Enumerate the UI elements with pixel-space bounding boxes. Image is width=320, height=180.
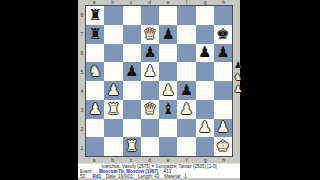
black-pawn-icon: ♟ [143, 45, 156, 60]
square-f7[interactable] [177, 25, 195, 44]
square-e1[interactable] [159, 137, 177, 156]
white-pawn-icon: ♟ [107, 83, 120, 98]
date-value: Date: 19/9/01 [106, 174, 133, 179]
square-g1[interactable] [196, 137, 214, 156]
white-pawn-icon: ♟ [88, 102, 101, 117]
square-a3[interactable]: ♟ [86, 100, 104, 119]
black-pawn-icon: ♟ [180, 83, 193, 98]
square-c3[interactable] [123, 100, 141, 119]
square-h4[interactable] [214, 81, 232, 100]
square-c6[interactable] [123, 44, 141, 63]
square-c5[interactable]: ♟ [123, 62, 141, 81]
length-value: Length: 43 [138, 174, 159, 179]
square-b8[interactable] [104, 6, 122, 25]
square-b6[interactable] [104, 44, 122, 63]
square-h7[interactable]: ♚ [214, 25, 232, 44]
square-f2[interactable] [177, 119, 195, 138]
chess-board[interactable]: ♜♜♛♟♚♟♟♟♞♟♟♟♟♟♟♜♛♝♟♟♟♜♚ [85, 5, 233, 157]
square-c7[interactable] [123, 25, 141, 44]
square-b3[interactable]: ♜ [104, 100, 122, 119]
white-rook-icon: ♜ [107, 102, 120, 117]
square-e2[interactable] [159, 119, 177, 138]
viewer-panel: abcdefgh 87654321 ♜♜♛♟♚♟♟♟♞♟♟♟♟♟♟♜♛♝♟♟♟♜… [78, 0, 240, 180]
square-f1[interactable] [177, 137, 195, 156]
white-queen-icon: ♛ [143, 102, 156, 117]
square-d3[interactable]: ♛ [141, 100, 159, 119]
square-h2[interactable]: ♟ [214, 119, 232, 138]
square-a7[interactable]: ♜ [86, 25, 104, 44]
square-e7[interactable]: ♟ [159, 25, 177, 44]
square-e5[interactable] [159, 62, 177, 81]
square-d4[interactable] [141, 81, 159, 100]
square-b2[interactable] [104, 119, 122, 138]
square-e8[interactable] [159, 6, 177, 25]
square-g8[interactable] [196, 6, 214, 25]
square-h1[interactable]: ♚ [214, 137, 232, 156]
black-pawn-icon: ♟ [198, 45, 211, 60]
square-h8[interactable] [214, 6, 232, 25]
square-c8[interactable] [123, 6, 141, 25]
white-rook-icon: ♜ [125, 139, 138, 154]
square-f6[interactable] [177, 44, 195, 63]
black-rook-icon: ♜ [88, 8, 101, 23]
square-f8[interactable] [177, 6, 195, 25]
square-b4[interactable]: ♟ [104, 81, 122, 100]
square-b7[interactable] [104, 25, 122, 44]
white-knight-icon: ♞ [88, 64, 101, 79]
square-e4[interactable]: ♟ [159, 81, 177, 100]
white-queen-icon: ♛ [143, 27, 156, 42]
tray-white-knight-icon: ♞ [234, 72, 242, 83]
square-d2[interactable] [141, 119, 159, 138]
white-pawn-icon: ♟ [198, 120, 211, 135]
square-a6[interactable] [86, 44, 104, 63]
black-pawn-icon: ♟ [216, 45, 229, 60]
black-bishop-icon: ♝ [161, 102, 174, 117]
eco-code: A13 [163, 169, 171, 174]
event-value[interactable]: Moscow-Tb, Moscow (1987) [99, 169, 158, 174]
square-g6[interactable]: ♟ [196, 44, 214, 63]
square-c4[interactable] [123, 81, 141, 100]
square-b5[interactable] [104, 62, 122, 81]
event-label: Event : [80, 169, 94, 174]
square-c1[interactable]: ♜ [123, 137, 141, 156]
current-move[interactable]: Rd1 [93, 174, 102, 179]
square-f4[interactable]: ♟ [177, 81, 195, 100]
material-value: Material: -1 [164, 174, 187, 179]
tray-white-pawn-icon: ♟ [234, 84, 242, 95]
square-h6[interactable]: ♟ [214, 44, 232, 63]
square-e6[interactable] [159, 44, 177, 63]
black-pawn-icon: ♟ [125, 64, 138, 79]
square-g7[interactable] [196, 25, 214, 44]
square-g5[interactable] [196, 62, 214, 81]
square-a8[interactable]: ♜ [86, 6, 104, 25]
square-d6[interactable]: ♟ [141, 44, 159, 63]
material-tray: ♟♞♟ [234, 60, 242, 95]
chess-thumbnail: { "game": "chess", "position": { "fen": … [0, 0, 320, 180]
event-line: Event :Moscow-Tb, Moscow (1987)A13 [78, 170, 240, 175]
square-d5[interactable]: ♟ [141, 62, 159, 81]
square-b1[interactable] [104, 137, 122, 156]
move-number: 50 : [80, 174, 88, 179]
square-a1[interactable] [86, 137, 104, 156]
white-pawn-icon: ♟ [143, 64, 156, 79]
square-d1[interactable] [141, 137, 159, 156]
square-f5[interactable] [177, 62, 195, 81]
stats-line: 50 :Rd1Date: 19/9/01Length: 43Material: … [78, 175, 240, 180]
white-pawn-icon: ♟ [161, 83, 174, 98]
square-a5[interactable]: ♞ [86, 62, 104, 81]
square-g4[interactable] [196, 81, 214, 100]
square-h3[interactable] [214, 100, 232, 119]
white-pawn-icon: ♟ [216, 120, 229, 135]
square-h5[interactable] [214, 62, 232, 81]
square-d8[interactable] [141, 6, 159, 25]
square-g3[interactable] [196, 100, 214, 119]
game-info-footer: Ivanchuk, Vassily (2575) = Gongadze, Tam… [78, 163, 240, 178]
square-a4[interactable] [86, 81, 104, 100]
square-c2[interactable] [123, 119, 141, 138]
black-pawn-icon: ♟ [161, 27, 174, 42]
square-f3[interactable]: ♟ [177, 100, 195, 119]
black-king-icon: ♚ [216, 27, 229, 42]
tray-black-pawn-icon: ♟ [234, 60, 242, 71]
white-pawn-icon: ♟ [180, 102, 193, 117]
square-d7[interactable]: ♛ [141, 25, 159, 44]
square-g2[interactable]: ♟ [196, 119, 214, 138]
white-king-icon: ♚ [216, 139, 229, 154]
square-e3[interactable]: ♝ [159, 100, 177, 119]
black-rook-icon: ♜ [88, 27, 101, 42]
square-a2[interactable] [86, 119, 104, 138]
